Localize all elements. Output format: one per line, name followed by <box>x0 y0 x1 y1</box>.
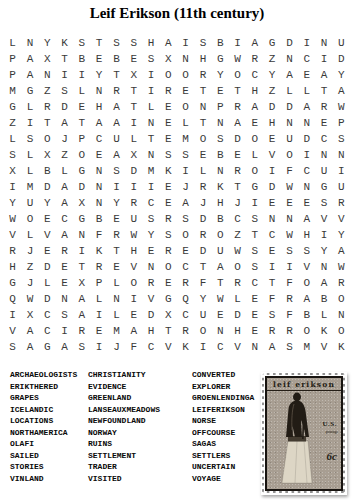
grid-cell: K <box>333 339 350 355</box>
grid-cell: Z <box>39 83 56 99</box>
grid-cell: I <box>263 259 280 275</box>
grid-cell: A <box>246 99 263 115</box>
grid-cell: I <box>125 291 142 307</box>
grid-cell: E <box>177 83 194 99</box>
grid-cell: L <box>4 131 21 147</box>
word-list-item: NEWFOUNDLAND <box>88 415 192 427</box>
grid-cell: B <box>212 211 229 227</box>
grid-cell: M <box>108 323 125 339</box>
grid-cell: C <box>298 163 315 179</box>
grid-cell: R <box>194 227 211 243</box>
grid-cell: W <box>229 243 246 259</box>
grid-cell: F <box>281 163 298 179</box>
grid-cell: R <box>56 243 73 259</box>
grid-cell: Q <box>4 291 21 307</box>
word-list-item: GROENLENDINGA <box>192 392 254 404</box>
grid-cell: A <box>333 83 350 99</box>
grid-cell: R <box>263 323 280 339</box>
grid-cell: U <box>194 307 211 323</box>
grid-cell: O <box>177 99 194 115</box>
grid-cell: B <box>90 211 107 227</box>
grid-cell: A <box>56 195 73 211</box>
grid-cell: Z <box>4 115 21 131</box>
grid-cell: C <box>298 51 315 67</box>
grid-cell: S <box>281 339 298 355</box>
page-title: Leif Erikson (11th century) <box>0 5 354 22</box>
grid-cell: A <box>281 67 298 83</box>
grid-cell: H <box>298 227 315 243</box>
grid-cell: E <box>263 243 280 259</box>
postage-stamp: leif erikson U.S. postage 6c <box>261 372 347 495</box>
word-list-item: EXPLORER <box>192 381 254 393</box>
grid-cell: L <box>21 99 38 115</box>
grid-cell: P <box>4 51 21 67</box>
grid-cell: W <box>333 259 350 275</box>
grid-cell: E <box>56 275 73 291</box>
grid-cell: W <box>281 179 298 195</box>
grid-cell: I <box>73 67 90 83</box>
grid-cell: S <box>160 147 177 163</box>
grid-cell: E <box>108 259 125 275</box>
grid-cell: N <box>177 51 194 67</box>
grid-cell: D <box>39 179 56 195</box>
grid-cell: D <box>281 35 298 51</box>
grid-cell: C <box>177 259 194 275</box>
word-list-item: SETTLERS <box>192 450 254 462</box>
grid-cell: D <box>298 131 315 147</box>
grid-cell: O <box>246 131 263 147</box>
word-list-item: CHRISTIANITY <box>88 369 192 381</box>
word-list-item: TRADER <box>88 461 192 473</box>
grid-cell: T <box>39 115 56 131</box>
grid-cell: I <box>246 195 263 211</box>
grid-cell: X <box>125 147 142 163</box>
grid-cell: R <box>125 195 142 211</box>
grid-cell: S <box>125 35 142 51</box>
grid-cell: A <box>73 291 90 307</box>
grid-cell: H <box>125 243 142 259</box>
grid-cell: N <box>281 115 298 131</box>
word-list-item: VINLAND <box>10 473 88 485</box>
grid-cell: N <box>73 227 90 243</box>
grid-cell: F <box>90 227 107 243</box>
grid-cell: L <box>142 99 159 115</box>
word-list-item: SAILED <box>10 450 88 462</box>
grid-cell: L <box>73 83 90 99</box>
grid-cell: R <box>90 259 107 275</box>
word-list-item: ARCHAEOLOGISTS <box>10 369 88 381</box>
grid-cell: T <box>73 259 90 275</box>
grid-cell: N <box>142 259 159 275</box>
grid-cell: J <box>21 243 38 259</box>
grid-cell: K <box>56 35 73 51</box>
grid-cell: E <box>246 291 263 307</box>
grid-cell: N <box>281 211 298 227</box>
word-list-item: LOCATIONS <box>10 415 88 427</box>
grid-cell: X <box>39 51 56 67</box>
grid-cell: Y <box>4 195 21 211</box>
grid-cell: E <box>246 115 263 131</box>
grid-cell: A <box>125 323 142 339</box>
grid-cell: V <box>125 259 142 275</box>
grid-cell: L <box>125 131 142 147</box>
grid-cell: T <box>315 83 332 99</box>
grid-cell: A <box>160 35 177 51</box>
grid-cell: B <box>73 51 90 67</box>
grid-cell: T <box>125 99 142 115</box>
stamp-frame: leif erikson U.S. postage 6c <box>265 376 343 491</box>
stamp-country-label: U.S. <box>323 420 337 428</box>
grid-cell: R <box>160 243 177 259</box>
grid-cell: A <box>298 291 315 307</box>
grid-cell: M <box>177 131 194 147</box>
grid-cell: S <box>246 259 263 275</box>
grid-cell: I <box>73 243 90 259</box>
grid-cell: T <box>212 275 229 291</box>
grid-cell: A <box>21 323 38 339</box>
grid-cell: C <box>39 323 56 339</box>
grid-cell: T <box>246 227 263 243</box>
grid-cell: X <box>4 163 21 179</box>
grid-cell: D <box>56 99 73 115</box>
grid-cell: U <box>108 131 125 147</box>
grid-cell: S <box>56 307 73 323</box>
word-list-item: RUINS <box>88 438 192 450</box>
grid-cell: H <box>246 83 263 99</box>
grid-cell: A <box>315 67 332 83</box>
word-list-item: STORIES <box>10 461 88 473</box>
grid-cell: E <box>90 323 107 339</box>
grid-cell: L <box>298 83 315 99</box>
grid-cell: H <box>194 51 211 67</box>
grid-cell: B <box>39 163 56 179</box>
grid-cell: S <box>4 147 21 163</box>
grid-cell: Y <box>90 67 107 83</box>
grid-cell: U <box>212 243 229 259</box>
grid-cell: A <box>73 307 90 323</box>
grid-cell: I <box>125 115 142 131</box>
grid-cell: E <box>160 115 177 131</box>
grid-cell: L <box>21 163 38 179</box>
grid-cell: H <box>90 99 107 115</box>
grid-cell: T <box>229 83 246 99</box>
grid-cell: A <box>177 195 194 211</box>
grid-cell: G <box>315 179 332 195</box>
grid-cell: N <box>315 259 332 275</box>
grid-cell: F <box>263 291 280 307</box>
grid-cell: R <box>177 323 194 339</box>
grid-cell: C <box>142 195 159 211</box>
grid-cell: G <box>21 83 38 99</box>
grid-cell: L <box>108 307 125 323</box>
grid-cell: T <box>108 243 125 259</box>
grid-cell: L <box>56 163 73 179</box>
grid-cell: T <box>160 323 177 339</box>
grid-cell: E <box>194 147 211 163</box>
grid-cell: Z <box>263 51 280 67</box>
grid-cell: N <box>142 115 159 131</box>
grid-cell: N <box>212 115 229 131</box>
grid-cell: W <box>281 227 298 243</box>
grid-cell: S <box>281 243 298 259</box>
grid-cell: H <box>142 35 159 51</box>
grid-cell: R <box>229 99 246 115</box>
grid-cell: J <box>229 195 246 211</box>
grid-cell: G <box>73 211 90 227</box>
grid-cell: N <box>21 35 38 51</box>
grid-cell: S <box>4 339 21 355</box>
grid-cell: A <box>263 339 280 355</box>
grid-cell: V <box>142 291 159 307</box>
grid-cell: A <box>90 115 107 131</box>
grid-cell: Y <box>263 67 280 83</box>
grid-cell: V <box>4 227 21 243</box>
grid-cell: D <box>229 131 246 147</box>
grid-cell: L <box>108 275 125 291</box>
word-list-item: OLAFI <box>10 438 88 450</box>
grid-cell: R <box>246 51 263 67</box>
grid-cell: Y <box>315 243 332 259</box>
grid-cell: R <box>333 195 350 211</box>
grid-cell: E <box>142 243 159 259</box>
word-list-column-1: ARCHAEOLOGISTSERIKTHEREDGRAPESICELANDICL… <box>10 369 88 484</box>
grid-cell: N <box>90 83 107 99</box>
grid-cell: Y <box>194 291 211 307</box>
word-list: ARCHAEOLOGISTSERIKTHEREDGRAPESICELANDICL… <box>10 369 254 484</box>
grid-cell: N <box>142 147 159 163</box>
grid-cell: E <box>90 51 107 67</box>
grid-cell: O <box>39 131 56 147</box>
grid-cell: A <box>229 115 246 131</box>
grid-cell: C <box>246 275 263 291</box>
grid-cell: I <box>142 67 159 83</box>
grid-cell: U <box>333 35 350 51</box>
grid-cell: A <box>315 275 332 291</box>
grid-cell: Z <box>21 259 38 275</box>
grid-cell: P <box>4 67 21 83</box>
grid-cell: T <box>56 51 73 67</box>
grid-cell: S <box>73 35 90 51</box>
grid-cell: I <box>125 179 142 195</box>
grid-cell: S <box>21 131 38 147</box>
grid-cell: S <box>246 243 263 259</box>
grid-cell: A <box>333 243 350 259</box>
grid-cell: I <box>298 147 315 163</box>
grid-cell: C <box>229 211 246 227</box>
word-list-item: UNCERTAIN <box>192 461 254 473</box>
grid-cell: N <box>246 339 263 355</box>
grid-cell: E <box>298 67 315 83</box>
grid-cell: X <box>160 51 177 67</box>
grid-cell: O <box>160 259 177 275</box>
grid-cell: N <box>315 147 332 163</box>
grid-cell: U <box>281 131 298 147</box>
grid-cell: B <box>212 147 229 163</box>
grid-cell: B <box>108 51 125 67</box>
word-list-item: EVIDENCE <box>88 381 192 393</box>
grid-cell: Y <box>142 227 159 243</box>
grid-cell: Y <box>333 227 350 243</box>
word-list-item: VISITED <box>88 473 192 485</box>
grid-cell: D <box>194 211 211 227</box>
grid-cell: G <box>246 179 263 195</box>
grid-cell: R <box>194 179 211 195</box>
grid-cell: G <box>4 275 21 291</box>
grid-cell: S <box>333 131 350 147</box>
grid-cell: A <box>298 99 315 115</box>
grid-cell: H <box>229 323 246 339</box>
grid-cell: S <box>246 211 263 227</box>
grid-cell: V <box>4 323 21 339</box>
grid-cell: E <box>160 195 177 211</box>
grid-cell: X <box>73 275 90 291</box>
grid-cell: W <box>333 99 350 115</box>
grid-cell: U <box>333 179 350 195</box>
word-list-item: LEIFERIKSON <box>192 404 254 416</box>
grid-cell: E <box>212 83 229 99</box>
grid-cell: I <box>333 163 350 179</box>
grid-cell: C <box>39 307 56 323</box>
grid-cell: G <box>73 163 90 179</box>
grid-cell: V <box>229 339 246 355</box>
grid-cell: D <box>263 179 280 195</box>
grid-cell: R <box>229 163 246 179</box>
grid-cell: T <box>108 67 125 83</box>
grid-cell: S <box>263 307 280 323</box>
word-list-item: VOYAGE <box>192 473 254 485</box>
grid-cell: P <box>212 99 229 115</box>
grid-cell: I <box>315 51 332 67</box>
grid-cell: O <box>194 131 211 147</box>
grid-cell: M <box>298 339 315 355</box>
grid-cell: S <box>73 339 90 355</box>
grid-cell: I <box>142 83 159 99</box>
word-list-item: GRAPES <box>10 392 88 404</box>
grid-cell: M <box>21 179 38 195</box>
grid-cell: E <box>73 99 90 115</box>
grid-cell: I <box>90 339 107 355</box>
grid-cell: N <box>194 99 211 115</box>
grid-cell: N <box>212 163 229 179</box>
grid-cell: O <box>333 291 350 307</box>
stamp-perforation-right <box>343 374 347 493</box>
grid-cell: J <box>194 195 211 211</box>
grid-cell: N <box>90 179 107 195</box>
grid-cell: E <box>281 195 298 211</box>
grid-cell: J <box>56 131 73 147</box>
grid-cell: D <box>142 307 159 323</box>
grid-cell: J <box>21 275 38 291</box>
word-list-item: NORWAY <box>88 427 192 439</box>
grid-cell: E <box>56 259 73 275</box>
grid-cell: W <box>125 227 142 243</box>
grid-cell: R <box>142 275 159 291</box>
grid-cell: A <box>56 227 73 243</box>
grid-cell: H <box>212 195 229 211</box>
grid-cell: H <box>263 115 280 131</box>
grid-cell: R <box>160 211 177 227</box>
grid-cell: G <box>4 99 21 115</box>
grid-cell: E <box>263 131 280 147</box>
grid-cell: Y <box>333 67 350 83</box>
grid-cell: R <box>333 275 350 291</box>
word-list-item: ERIKTHERED <box>10 381 88 393</box>
grid-cell: I <box>281 259 298 275</box>
grid-cell: I <box>142 179 159 195</box>
grid-cell: V <box>315 211 332 227</box>
grid-cell: C <box>212 339 229 355</box>
grid-cell: R <box>194 67 211 83</box>
grid-cell: A <box>298 211 315 227</box>
grid-cell: S <box>108 163 125 179</box>
grid-cell: T <box>263 275 280 291</box>
leif-erikson-statue-icon <box>271 390 329 485</box>
grid-cell: L <box>21 227 38 243</box>
grid-cell: O <box>160 67 177 83</box>
grid-cell: E <box>177 243 194 259</box>
grid-cell: N <box>298 179 315 195</box>
grid-cell: N <box>298 115 315 131</box>
grid-cell: D <box>73 179 90 195</box>
word-list-item: CONVERTED <box>192 369 254 381</box>
grid-cell: S <box>177 211 194 227</box>
grid-cell: S <box>142 51 159 67</box>
stamp-postage-label: postage <box>326 429 338 434</box>
grid-cell: D <box>194 243 211 259</box>
grid-cell: L <box>229 291 246 307</box>
grid-cell: E <box>263 195 280 211</box>
grid-cell: R <box>315 99 332 115</box>
stamp-perforation-bottom <box>263 491 345 495</box>
grid-cell: N <box>90 195 107 211</box>
grid-cell: I <box>177 35 194 51</box>
grid-cell: F <box>281 275 298 291</box>
grid-cell: B <box>298 307 315 323</box>
grid-cell: G <box>39 339 56 355</box>
grid-cell: Z <box>56 147 73 163</box>
grid-cell: O <box>177 227 194 243</box>
grid-cell: S <box>315 195 332 211</box>
grid-cell: E <box>160 275 177 291</box>
grid-cell: E <box>39 243 56 259</box>
grid-cell: A <box>21 51 38 67</box>
grid-cell: V <box>315 339 332 355</box>
grid-cell: E <box>39 211 56 227</box>
grid-cell: G <box>160 291 177 307</box>
grid-cell: A <box>56 339 73 355</box>
grid-cell: O <box>73 147 90 163</box>
grid-cell: E <box>229 147 246 163</box>
grid-cell: D <box>229 307 246 323</box>
grid-cell: Z <box>229 227 246 243</box>
grid-cell: G <box>212 51 229 67</box>
grid-cell: W <box>21 291 38 307</box>
grid-cell: Y <box>212 67 229 83</box>
grid-cell: P <box>333 115 350 131</box>
stamp-denomination: 6c <box>327 450 337 462</box>
grid-cell: A <box>246 35 263 51</box>
grid-cell: E <box>160 179 177 195</box>
grid-cell: A <box>56 115 73 131</box>
grid-cell: N <box>333 147 350 163</box>
grid-cell: I <box>4 307 21 323</box>
grid-cell: M <box>4 83 21 99</box>
grid-cell: O <box>212 227 229 243</box>
word-list-column-3: CONVERTEDEXPLORERGROENLENDINGALEIFERIKSO… <box>192 369 254 484</box>
grid-cell: C <box>315 131 332 147</box>
grid-cell: Y <box>39 195 56 211</box>
grid-cell: X <box>39 147 56 163</box>
